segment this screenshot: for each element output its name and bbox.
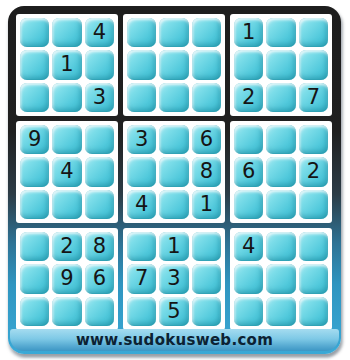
cell-r3c7[interactable]: 2 bbox=[234, 83, 263, 112]
sudoku-box-3: 127 bbox=[230, 14, 332, 116]
cell-r4c6[interactable]: 6 bbox=[192, 125, 221, 154]
cell-r7c1[interactable] bbox=[20, 232, 49, 261]
cell-r9c4[interactable] bbox=[127, 297, 156, 326]
cell-r8c8[interactable] bbox=[266, 264, 295, 293]
cell-r5c3[interactable] bbox=[85, 157, 114, 186]
cell-r7c9[interactable] bbox=[299, 232, 328, 261]
cell-r9c5[interactable]: 5 bbox=[159, 297, 188, 326]
cell-r7c3[interactable]: 8 bbox=[85, 232, 114, 261]
cell-r5c1[interactable] bbox=[20, 157, 49, 186]
cell-r9c6[interactable] bbox=[192, 297, 221, 326]
cell-r8c1[interactable] bbox=[20, 264, 49, 293]
cell-r3c4[interactable] bbox=[127, 83, 156, 112]
cell-r2c6[interactable] bbox=[192, 50, 221, 79]
cell-r7c7[interactable]: 4 bbox=[234, 232, 263, 261]
cell-r5c4[interactable] bbox=[127, 157, 156, 186]
cell-r4c1[interactable]: 9 bbox=[20, 125, 49, 154]
cell-r8c9[interactable] bbox=[299, 264, 328, 293]
sudoku-box-4: 94 bbox=[16, 121, 118, 223]
sudoku-box-9: 4 bbox=[230, 228, 332, 330]
cell-r3c2[interactable] bbox=[52, 83, 81, 112]
cell-r3c3[interactable]: 3 bbox=[85, 83, 114, 112]
cell-r8c3[interactable]: 6 bbox=[85, 264, 114, 293]
cell-r4c5[interactable] bbox=[159, 125, 188, 154]
cell-r1c5[interactable] bbox=[159, 18, 188, 47]
cell-r9c3[interactable] bbox=[85, 297, 114, 326]
cell-r2c5[interactable] bbox=[159, 50, 188, 79]
sudoku-box-5: 36841 bbox=[123, 121, 225, 223]
sudoku-grid: 413127943684162289617354 bbox=[16, 14, 332, 330]
cell-r9c7[interactable] bbox=[234, 297, 263, 326]
cell-r4c9[interactable] bbox=[299, 125, 328, 154]
cell-r1c7[interactable]: 1 bbox=[234, 18, 263, 47]
sudoku-box-8: 1735 bbox=[123, 228, 225, 330]
cell-r6c4[interactable]: 4 bbox=[127, 190, 156, 219]
cell-r3c6[interactable] bbox=[192, 83, 221, 112]
cell-r2c1[interactable] bbox=[20, 50, 49, 79]
cell-r1c9[interactable] bbox=[299, 18, 328, 47]
cell-r8c6[interactable] bbox=[192, 264, 221, 293]
cell-r8c4[interactable]: 7 bbox=[127, 264, 156, 293]
cell-r6c5[interactable] bbox=[159, 190, 188, 219]
cell-r6c3[interactable] bbox=[85, 190, 114, 219]
cell-r2c9[interactable] bbox=[299, 50, 328, 79]
sudoku-box-6: 62 bbox=[230, 121, 332, 223]
cell-r6c8[interactable] bbox=[266, 190, 295, 219]
sudoku-box-7: 2896 bbox=[16, 228, 118, 330]
footer-band: www.sudokusweb.com bbox=[10, 329, 339, 351]
cell-r6c1[interactable] bbox=[20, 190, 49, 219]
cell-r2c4[interactable] bbox=[127, 50, 156, 79]
cell-r7c5[interactable]: 1 bbox=[159, 232, 188, 261]
cell-r3c8[interactable] bbox=[266, 83, 295, 112]
cell-r4c8[interactable] bbox=[266, 125, 295, 154]
cell-r5c5[interactable] bbox=[159, 157, 188, 186]
cell-r7c8[interactable] bbox=[266, 232, 295, 261]
cell-r9c9[interactable] bbox=[299, 297, 328, 326]
cell-r8c7[interactable] bbox=[234, 264, 263, 293]
cell-r5c2[interactable]: 4 bbox=[52, 157, 81, 186]
cell-r1c2[interactable] bbox=[52, 18, 81, 47]
sudoku-board-frame: 413127943684162289617354 www.sudokusweb.… bbox=[8, 6, 341, 354]
cell-r9c2[interactable] bbox=[52, 297, 81, 326]
cell-r6c9[interactable] bbox=[299, 190, 328, 219]
cell-r6c6[interactable]: 1 bbox=[192, 190, 221, 219]
cell-r1c6[interactable] bbox=[192, 18, 221, 47]
cell-r7c6[interactable] bbox=[192, 232, 221, 261]
cell-r9c8[interactable] bbox=[266, 297, 295, 326]
cell-r4c4[interactable]: 3 bbox=[127, 125, 156, 154]
site-url[interactable]: www.sudokusweb.com bbox=[76, 331, 273, 349]
cell-r6c7[interactable] bbox=[234, 190, 263, 219]
cell-r4c7[interactable] bbox=[234, 125, 263, 154]
cell-r2c8[interactable] bbox=[266, 50, 295, 79]
sudoku-box-1: 413 bbox=[16, 14, 118, 116]
cell-r1c1[interactable] bbox=[20, 18, 49, 47]
cell-r2c7[interactable] bbox=[234, 50, 263, 79]
cell-r8c2[interactable]: 9 bbox=[52, 264, 81, 293]
cell-r9c1[interactable] bbox=[20, 297, 49, 326]
cell-r1c8[interactable] bbox=[266, 18, 295, 47]
cell-r3c5[interactable] bbox=[159, 83, 188, 112]
cell-r3c1[interactable] bbox=[20, 83, 49, 112]
cell-r5c9[interactable]: 2 bbox=[299, 157, 328, 186]
cell-r1c3[interactable]: 4 bbox=[85, 18, 114, 47]
cell-r5c6[interactable]: 8 bbox=[192, 157, 221, 186]
cell-r8c5[interactable]: 3 bbox=[159, 264, 188, 293]
cell-r4c2[interactable] bbox=[52, 125, 81, 154]
cell-r1c4[interactable] bbox=[127, 18, 156, 47]
cell-r7c2[interactable]: 2 bbox=[52, 232, 81, 261]
cell-r6c2[interactable] bbox=[52, 190, 81, 219]
sudoku-box-2 bbox=[123, 14, 225, 116]
cell-r2c2[interactable]: 1 bbox=[52, 50, 81, 79]
cell-r5c8[interactable] bbox=[266, 157, 295, 186]
cell-r7c4[interactable] bbox=[127, 232, 156, 261]
cell-r2c3[interactable] bbox=[85, 50, 114, 79]
cell-r5c7[interactable]: 6 bbox=[234, 157, 263, 186]
cell-r4c3[interactable] bbox=[85, 125, 114, 154]
cell-r3c9[interactable]: 7 bbox=[299, 83, 328, 112]
